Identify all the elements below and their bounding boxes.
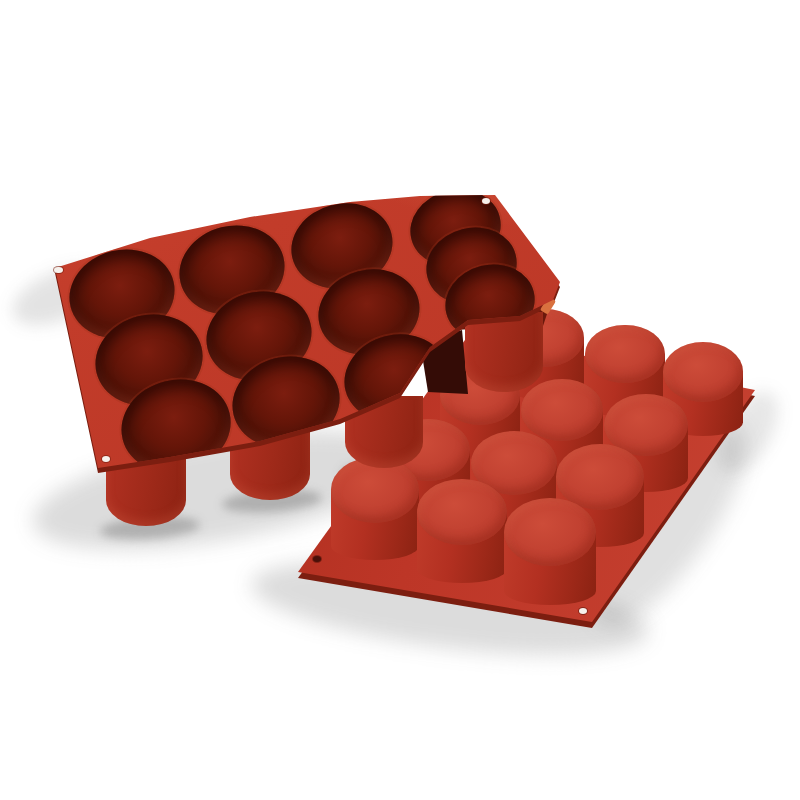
corner-hole [313,556,321,562]
mold-cylinder-top [556,444,644,509]
mold-cylinder-top [663,342,744,402]
corner-hole [482,198,490,204]
mold-cylinder-top [504,498,596,566]
corner-hole [54,267,63,274]
mold-cylinder-top [521,379,604,440]
mold-cylinder-top [417,479,507,545]
corner-hole [579,608,587,614]
product-photo-canvas [0,0,800,800]
corner-hole [102,456,110,462]
mold-cylinder-top [585,325,664,384]
